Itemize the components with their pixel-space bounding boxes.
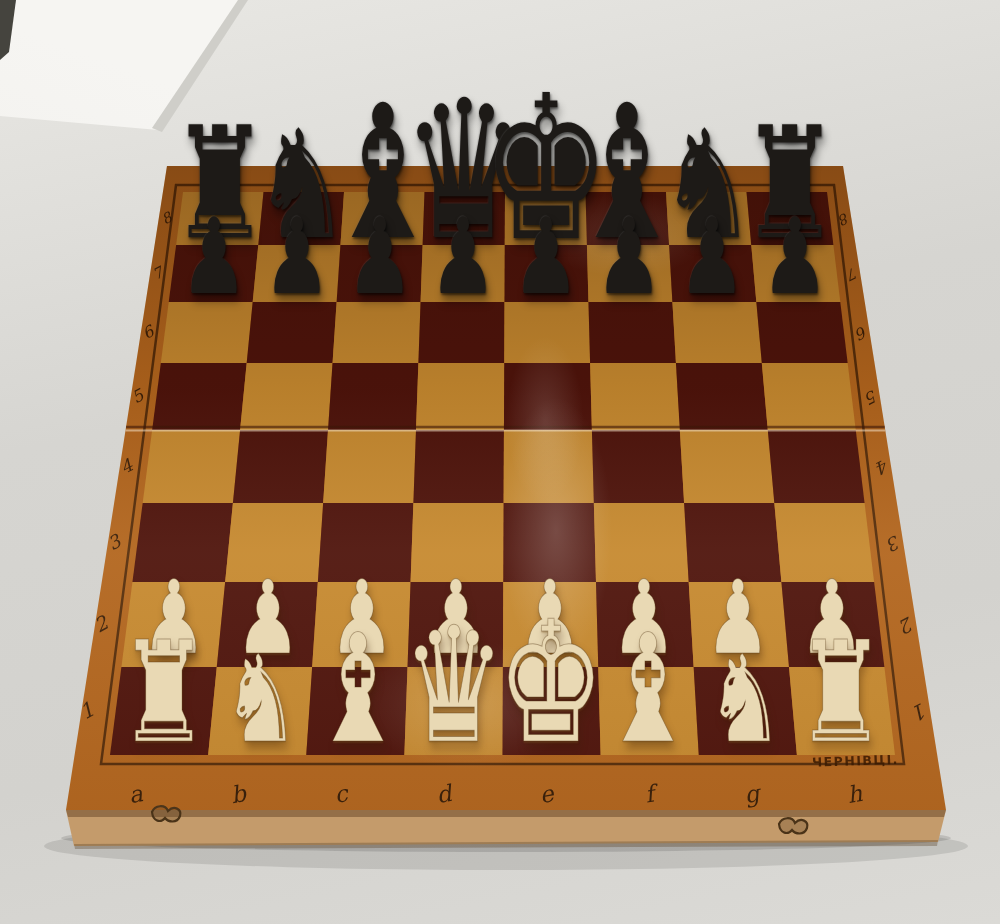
square-g4[interactable] — [680, 430, 774, 503]
square-f5[interactable] — [590, 363, 680, 430]
square-d5[interactable] — [416, 363, 504, 430]
square-c4[interactable] — [323, 430, 416, 503]
latch-hook-left-icon — [152, 806, 180, 821]
piece-black-pawn-h7[interactable]: ♟ — [761, 210, 829, 305]
piece-white-king-e1[interactable]: ♚ — [497, 608, 605, 759]
square-a5[interactable] — [152, 363, 247, 430]
piece-white-bishop-c1[interactable]: ♝ — [309, 622, 406, 757]
box-front-edge-line — [66, 810, 946, 817]
piece-white-queen-d1[interactable]: ♛ — [403, 614, 506, 758]
square-f4[interactable] — [592, 430, 684, 503]
square-e5[interactable] — [504, 363, 592, 430]
square-g5[interactable] — [676, 363, 768, 430]
piece-white-rook-a1[interactable]: ♜ — [119, 630, 209, 756]
square-e4[interactable] — [504, 430, 594, 503]
square-d4[interactable] — [413, 430, 504, 503]
piece-black-pawn-a7[interactable]: ♟ — [180, 210, 248, 305]
piece-white-knight-g1[interactable]: ♞ — [706, 646, 783, 754]
photo-scene: 8765432187654321abcdefgh ♜♞♝♛♚♝♞♜♟♟♟♟♟♟♟… — [0, 0, 1000, 924]
piece-black-pawn-f7[interactable]: ♟ — [595, 210, 663, 305]
square-b4[interactable] — [233, 430, 328, 503]
piece-black-pawn-g7[interactable]: ♟ — [678, 210, 746, 305]
latch-hook-right-icon — [779, 818, 807, 833]
piece-white-knight-b1[interactable]: ♞ — [222, 646, 299, 754]
piece-black-pawn-b7[interactable]: ♟ — [263, 210, 331, 305]
square-a4[interactable] — [143, 430, 240, 503]
piece-black-pawn-e7[interactable]: ♟ — [512, 210, 580, 305]
square-c5[interactable] — [328, 363, 418, 430]
square-h4[interactable] — [768, 430, 865, 503]
piece-white-rook-h1[interactable]: ♜ — [796, 630, 886, 756]
square-h5[interactable] — [762, 363, 856, 430]
piece-white-bishop-f1[interactable]: ♝ — [599, 622, 696, 757]
piece-black-pawn-c7[interactable]: ♟ — [346, 210, 414, 305]
piece-black-pawn-d7[interactable]: ♟ — [429, 210, 497, 305]
square-b5[interactable] — [240, 363, 332, 430]
